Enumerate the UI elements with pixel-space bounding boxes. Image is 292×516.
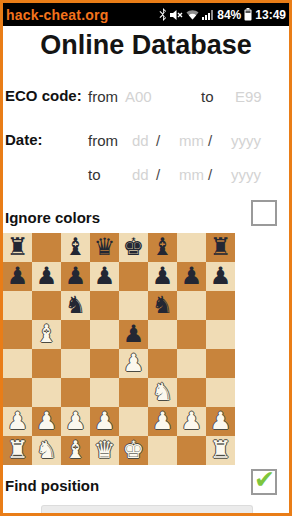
square-g3[interactable] bbox=[177, 378, 206, 407]
square-e7[interactable] bbox=[119, 262, 148, 291]
square-c3[interactable] bbox=[61, 378, 90, 407]
square-f3[interactable]: ♞ bbox=[148, 378, 177, 407]
piece-wr: ♜ bbox=[7, 436, 29, 465]
signal-icon bbox=[202, 10, 214, 20]
square-c8[interactable]: ♝ bbox=[61, 233, 90, 262]
status-bar: hack-cheat.org 84% 13:49 bbox=[3, 3, 289, 26]
square-d2[interactable]: ♟ bbox=[90, 407, 119, 436]
piece-bp: ♟ bbox=[210, 262, 232, 291]
screenshot-frame: hack-cheat.org 84% 13:49 bbox=[0, 0, 292, 516]
piece-wp: ♟ bbox=[65, 407, 87, 436]
piece-bb: ♝ bbox=[65, 233, 87, 262]
piece-wk: ♚ bbox=[123, 436, 145, 465]
checkmark-icon: ✔ bbox=[254, 465, 275, 494]
date-to-label: to bbox=[88, 166, 101, 183]
piece-wb: ♝ bbox=[36, 320, 58, 349]
date-separator: / bbox=[208, 166, 212, 183]
square-d1[interactable]: ♛ bbox=[90, 436, 119, 465]
page-title: Online Database bbox=[3, 30, 289, 61]
square-d5[interactable] bbox=[90, 320, 119, 349]
date-separator: / bbox=[208, 132, 212, 149]
square-g5[interactable] bbox=[177, 320, 206, 349]
square-c6[interactable]: ♞ bbox=[61, 291, 90, 320]
square-g1[interactable] bbox=[177, 436, 206, 465]
eco-to-label: to bbox=[201, 88, 214, 105]
date-from-month-input[interactable]: mm bbox=[179, 132, 204, 149]
square-a8[interactable]: ♜ bbox=[3, 233, 32, 262]
piece-bn: ♞ bbox=[152, 291, 174, 320]
square-g6[interactable] bbox=[177, 291, 206, 320]
square-f5[interactable] bbox=[148, 320, 177, 349]
piece-wb: ♝ bbox=[65, 436, 87, 465]
date-to-year-input[interactable]: yyyy bbox=[231, 166, 261, 183]
piece-bq: ♛ bbox=[94, 233, 116, 262]
square-c2[interactable]: ♟ bbox=[61, 407, 90, 436]
date-to-month-input[interactable]: mm bbox=[179, 166, 204, 183]
piece-br: ♜ bbox=[210, 233, 232, 262]
battery-icon bbox=[244, 8, 252, 21]
find-position-label: Find position bbox=[5, 477, 99, 494]
square-c1[interactable]: ♝ bbox=[61, 436, 90, 465]
piece-wn: ♞ bbox=[36, 436, 58, 465]
date-from-year-input[interactable]: yyyy bbox=[231, 132, 261, 149]
square-g4[interactable] bbox=[177, 349, 206, 378]
piece-wp: ♟ bbox=[210, 407, 232, 436]
clock-time: 13:49 bbox=[255, 8, 286, 22]
date-from-day-input[interactable]: dd bbox=[132, 132, 149, 149]
piece-bp: ♟ bbox=[7, 262, 29, 291]
date-to-day-input[interactable]: dd bbox=[132, 166, 149, 183]
square-g2[interactable]: ♟ bbox=[177, 407, 206, 436]
square-a7[interactable]: ♟ bbox=[3, 262, 32, 291]
square-b7[interactable]: ♟ bbox=[32, 262, 61, 291]
square-e1[interactable]: ♚ bbox=[119, 436, 148, 465]
square-e5[interactable]: ♟ bbox=[119, 320, 148, 349]
square-e4[interactable]: ♟ bbox=[119, 349, 148, 378]
square-d6[interactable] bbox=[90, 291, 119, 320]
square-h2[interactable]: ♟ bbox=[206, 407, 235, 436]
square-h1[interactable]: ♜ bbox=[206, 436, 235, 465]
square-e3[interactable] bbox=[119, 378, 148, 407]
square-f2[interactable]: ♟ bbox=[148, 407, 177, 436]
square-g8[interactable] bbox=[177, 233, 206, 262]
eco-from-label: from bbox=[88, 88, 118, 105]
piece-wp: ♟ bbox=[123, 349, 145, 378]
date-from-label: from bbox=[88, 132, 118, 149]
wifi-icon bbox=[186, 10, 199, 20]
piece-wn: ♞ bbox=[152, 378, 174, 407]
square-h3[interactable] bbox=[206, 378, 235, 407]
square-g7[interactable]: ♟ bbox=[177, 262, 206, 291]
square-d4[interactable] bbox=[90, 349, 119, 378]
piece-bp: ♟ bbox=[152, 262, 174, 291]
square-b6[interactable] bbox=[32, 291, 61, 320]
piece-bp: ♟ bbox=[181, 262, 203, 291]
piece-wp: ♟ bbox=[94, 407, 116, 436]
square-b3[interactable] bbox=[32, 378, 61, 407]
square-a1[interactable]: ♜ bbox=[3, 436, 32, 465]
square-d7[interactable]: ♟ bbox=[90, 262, 119, 291]
square-h8[interactable]: ♜ bbox=[206, 233, 235, 262]
ignore-colors-checkbox[interactable] bbox=[251, 200, 277, 226]
square-e6[interactable] bbox=[119, 291, 148, 320]
square-e8[interactable]: ♚ bbox=[119, 233, 148, 262]
piece-br: ♜ bbox=[7, 233, 29, 262]
square-b8[interactable] bbox=[32, 233, 61, 262]
piece-bn: ♞ bbox=[65, 291, 87, 320]
square-c7[interactable]: ♟ bbox=[61, 262, 90, 291]
square-f1[interactable] bbox=[148, 436, 177, 465]
battery-percentage: 84% bbox=[217, 8, 241, 22]
square-a3[interactable] bbox=[3, 378, 32, 407]
piece-wp: ♟ bbox=[181, 407, 203, 436]
square-a4[interactable] bbox=[3, 349, 32, 378]
square-h4[interactable] bbox=[206, 349, 235, 378]
square-c5[interactable] bbox=[61, 320, 90, 349]
date-separator: / bbox=[156, 132, 160, 149]
eco-code-label: ECO code: bbox=[5, 87, 82, 104]
chess-board: ♜♝♛♚♝♜♟♟♟♟♟♟♟♞♞♝♟♟♞♟♟♟♟♟♟♟♜♞♝♛♚♜ bbox=[3, 233, 235, 465]
piece-wp: ♟ bbox=[152, 407, 174, 436]
square-h5[interactable] bbox=[206, 320, 235, 349]
find-position-checkbox[interactable]: ✔ bbox=[251, 469, 277, 495]
square-a2[interactable]: ♟ bbox=[3, 407, 32, 436]
piece-bp: ♟ bbox=[123, 320, 145, 349]
piece-wp: ♟ bbox=[36, 407, 58, 436]
square-e2[interactable] bbox=[119, 407, 148, 436]
eco-from-input[interactable]: A00 bbox=[125, 88, 152, 105]
piece-bb: ♝ bbox=[152, 233, 174, 262]
square-c4[interactable] bbox=[61, 349, 90, 378]
partial-button[interactable] bbox=[41, 505, 253, 513]
piece-bk: ♚ bbox=[123, 233, 145, 262]
square-f7[interactable]: ♟ bbox=[148, 262, 177, 291]
piece-wp: ♟ bbox=[7, 407, 29, 436]
volume-muted-icon bbox=[170, 9, 183, 21]
square-d8[interactable]: ♛ bbox=[90, 233, 119, 262]
date-label: Date: bbox=[5, 131, 43, 148]
eco-to-input[interactable]: E99 bbox=[235, 88, 262, 105]
piece-bp: ♟ bbox=[65, 262, 87, 291]
square-b4[interactable] bbox=[32, 349, 61, 378]
square-b1[interactable]: ♞ bbox=[32, 436, 61, 465]
piece-bp: ♟ bbox=[36, 262, 58, 291]
square-b2[interactable]: ♟ bbox=[32, 407, 61, 436]
square-a5[interactable] bbox=[3, 320, 32, 349]
watermark-text: hack-cheat.org bbox=[6, 7, 108, 23]
date-separator: / bbox=[156, 166, 160, 183]
piece-wr: ♜ bbox=[210, 436, 232, 465]
piece-bp: ♟ bbox=[94, 262, 116, 291]
square-b5[interactable]: ♝ bbox=[32, 320, 61, 349]
square-h7[interactable]: ♟ bbox=[206, 262, 235, 291]
square-h6[interactable] bbox=[206, 291, 235, 320]
ignore-colors-label: Ignore colors bbox=[5, 209, 100, 226]
square-f8[interactable]: ♝ bbox=[148, 233, 177, 262]
square-f6[interactable]: ♞ bbox=[148, 291, 177, 320]
square-f4[interactable] bbox=[148, 349, 177, 378]
square-d3[interactable] bbox=[90, 378, 119, 407]
square-a6[interactable] bbox=[3, 291, 32, 320]
bluetooth-icon bbox=[159, 8, 167, 21]
piece-wq: ♛ bbox=[94, 436, 116, 465]
